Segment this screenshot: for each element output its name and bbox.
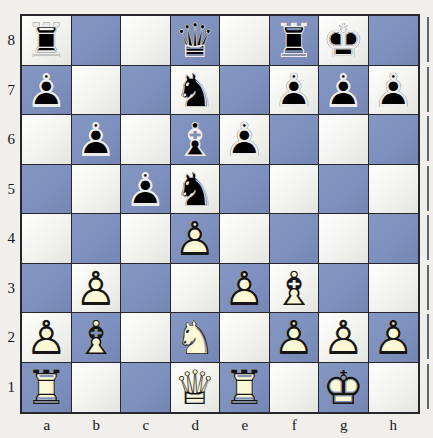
square-g4[interactable] [319,214,369,264]
square-a7[interactable]: ♟♙ [22,66,72,116]
black-pawn: ♟♙ [319,66,368,115]
black-pawn: ♟♙ [220,115,269,164]
white-pawn: ♟♙ [171,214,220,263]
square-d4[interactable]: ♟♙ [171,214,221,264]
square-g1[interactable]: ♚♔ [319,363,369,413]
square-g6[interactable] [319,115,369,165]
black-pawn: ♟♙ [121,165,170,214]
file-labels: abcdefgh [22,414,418,436]
white-bishop: ♝♗ [72,313,121,362]
window-edge-segment [427,166,429,211]
square-h6[interactable] [369,115,419,165]
square-f6[interactable] [270,115,320,165]
square-f5[interactable] [270,165,320,215]
square-h1[interactable] [369,363,419,413]
square-b5[interactable] [72,165,122,215]
square-a6[interactable] [22,115,72,165]
window-edge-segment [427,265,429,310]
square-a2[interactable]: ♟♙ [22,313,72,363]
rank-label-1: 1 [0,363,17,413]
rank-label-4: 4 [0,214,17,264]
square-c4[interactable] [121,214,171,264]
square-e1[interactable]: ♜♖ [220,363,270,413]
window-edge-segment [427,17,429,62]
file-label-a: a [22,414,72,436]
white-knight: ♞♘ [171,313,220,362]
white-pawn: ♟♙ [220,264,269,313]
file-label-f: f [270,414,320,436]
square-b3[interactable]: ♟♙ [72,264,122,314]
black-rook: ♜♖ [270,16,319,65]
square-e5[interactable] [220,165,270,215]
square-f2[interactable]: ♟♙ [270,313,320,363]
black-king: ♚♔ [319,16,368,65]
square-f3[interactable]: ♝♗ [270,264,320,314]
black-bishop: ♝♗ [171,115,220,164]
square-d6[interactable]: ♝♗ [171,115,221,165]
square-c2[interactable] [121,313,171,363]
square-c7[interactable] [121,66,171,116]
square-h3[interactable] [369,264,419,314]
file-label-g: g [319,414,369,436]
square-f8[interactable]: ♜♖ [270,16,320,66]
white-rook: ♜♖ [22,363,71,413]
square-h2[interactable]: ♟♙ [369,313,419,363]
black-pawn: ♟♙ [22,66,71,115]
square-g5[interactable] [319,165,369,215]
chess-diagram: 87654321 ♜♖♛♕♜♖♚♔♟♙♞♘♟♙♟♙♟♙♟♙♝♗♟♙♟♙♞♘♟♙♟… [0,0,433,438]
square-b7[interactable] [72,66,122,116]
square-d3[interactable] [171,264,221,314]
square-b8[interactable] [72,16,122,66]
square-c6[interactable] [121,115,171,165]
square-e2[interactable] [220,313,270,363]
white-pawn: ♟♙ [22,313,71,362]
square-e8[interactable] [220,16,270,66]
square-f7[interactable]: ♟♙ [270,66,320,116]
square-e3[interactable]: ♟♙ [220,264,270,314]
square-e4[interactable] [220,214,270,264]
black-rook: ♜♖ [22,16,71,65]
square-d2[interactable]: ♞♘ [171,313,221,363]
square-c3[interactable] [121,264,171,314]
rank-label-7: 7 [0,66,17,116]
square-g8[interactable]: ♚♔ [319,16,369,66]
rank-label-8: 8 [0,16,17,66]
board-frame: ♜♖♛♕♜♖♚♔♟♙♞♘♟♙♟♙♟♙♟♙♝♗♟♙♟♙♞♘♟♙♟♙♟♙♝♗♟♙♝♗… [20,14,420,414]
window-edge-segment [427,67,429,112]
square-e6[interactable]: ♟♙ [220,115,270,165]
square-a3[interactable] [22,264,72,314]
square-h7[interactable]: ♟♙ [369,66,419,116]
file-label-c: c [121,414,171,436]
white-bishop: ♝♗ [270,264,319,313]
rank-label-6: 6 [0,115,17,165]
file-label-h: h [369,414,419,436]
black-knight: ♞♘ [171,66,220,115]
square-a1[interactable]: ♜♖ [22,363,72,413]
square-f1[interactable] [270,363,320,413]
square-b2[interactable]: ♝♗ [72,313,122,363]
square-b6[interactable]: ♟♙ [72,115,122,165]
square-d1[interactable]: ♛♕ [171,363,221,413]
square-d7[interactable]: ♞♘ [171,66,221,116]
square-c1[interactable] [121,363,171,413]
square-h4[interactable] [369,214,419,264]
rank-label-2: 2 [0,313,17,363]
white-pawn: ♟♙ [319,313,368,362]
square-g2[interactable]: ♟♙ [319,313,369,363]
square-a4[interactable] [22,214,72,264]
black-pawn: ♟♙ [270,66,319,115]
black-pawn: ♟♙ [72,115,121,164]
square-a8[interactable]: ♜♖ [22,16,72,66]
rank-label-5: 5 [0,165,17,215]
square-b4[interactable] [72,214,122,264]
square-d8[interactable]: ♛♕ [171,16,221,66]
black-pawn: ♟♙ [369,66,419,115]
white-pawn: ♟♙ [270,313,319,362]
square-d5[interactable]: ♞♘ [171,165,221,215]
white-queen: ♛♕ [171,363,220,413]
black-queen: ♛♕ [171,16,220,65]
chess-board: ♜♖♛♕♜♖♚♔♟♙♞♘♟♙♟♙♟♙♟♙♝♗♟♙♟♙♞♘♟♙♟♙♟♙♝♗♟♙♝♗… [22,16,418,412]
white-king: ♚♔ [319,363,368,413]
square-f4[interactable] [270,214,320,264]
square-h5[interactable] [369,165,419,215]
square-b1[interactable] [72,363,122,413]
square-h8[interactable] [369,16,419,66]
square-c8[interactable] [121,16,171,66]
square-g7[interactable]: ♟♙ [319,66,369,116]
window-edge-segment [427,116,429,161]
window-edge-segment [427,215,429,260]
square-g3[interactable] [319,264,369,314]
square-a5[interactable] [22,165,72,215]
file-label-b: b [72,414,122,436]
white-pawn: ♟♙ [72,264,121,313]
window-edge-segment [427,314,429,359]
file-label-e: e [220,414,270,436]
rank-labels: 87654321 [0,16,17,412]
white-rook: ♜♖ [220,363,269,413]
file-label-d: d [171,414,221,436]
rank-label-3: 3 [0,264,17,314]
square-c5[interactable]: ♟♙ [121,165,171,215]
white-pawn: ♟♙ [369,313,419,362]
black-knight: ♞♘ [171,165,220,214]
square-e7[interactable] [220,66,270,116]
window-edge-segment [427,364,429,409]
